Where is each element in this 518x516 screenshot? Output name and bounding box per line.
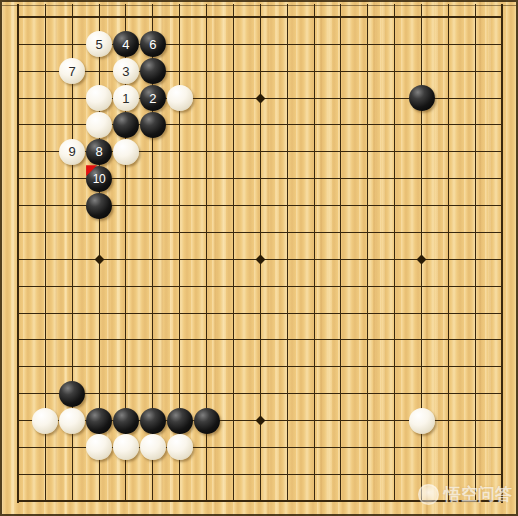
white-stone[interactable]	[113, 139, 139, 165]
grid-line-horizontal	[17, 313, 503, 314]
grid-line-horizontal	[17, 286, 503, 287]
white-stone[interactable]	[113, 434, 139, 460]
white-stone[interactable]	[86, 112, 112, 138]
hoshi-star-point	[417, 254, 427, 264]
grid-line-horizontal	[17, 474, 503, 475]
grid-line-vertical	[233, 4, 234, 502]
grid-line-vertical	[287, 4, 288, 502]
grid-line-vertical	[475, 4, 476, 502]
black-stone-move-2[interactable]: 2	[140, 85, 166, 111]
white-stone[interactable]	[140, 434, 166, 460]
white-stone[interactable]	[59, 408, 85, 434]
black-stone[interactable]	[59, 381, 85, 407]
black-stone-move-6[interactable]: 6	[140, 31, 166, 57]
white-stone-move-9[interactable]: 9	[59, 139, 85, 165]
white-stone-move-1[interactable]: 1	[113, 85, 139, 111]
black-stone[interactable]	[409, 85, 435, 111]
grid-line-horizontal	[17, 339, 503, 340]
watermark: 悟空问答	[418, 483, 512, 506]
grid-line-vertical	[314, 4, 315, 502]
black-stone[interactable]	[113, 112, 139, 138]
white-stone[interactable]	[409, 408, 435, 434]
white-stone-move-7[interactable]: 7	[59, 58, 85, 84]
watermark-monkey-logo-icon	[418, 484, 439, 505]
hoshi-star-point	[255, 93, 265, 103]
grid-line-horizontal	[17, 16, 503, 18]
white-stone-move-5[interactable]: 5	[86, 31, 112, 57]
grid-line-horizontal	[17, 393, 503, 394]
white-stone[interactable]	[32, 408, 58, 434]
grid-line-vertical	[367, 4, 368, 502]
grid-line-horizontal	[17, 71, 503, 72]
white-stone[interactable]	[167, 434, 193, 460]
white-stone[interactable]	[167, 85, 193, 111]
grid-line-vertical	[501, 4, 503, 503]
black-stone[interactable]	[194, 408, 220, 434]
white-stone[interactable]	[86, 434, 112, 460]
hoshi-star-point	[94, 254, 104, 264]
go-board-diagram: 54673129810 悟空问答	[0, 0, 518, 516]
grid-line-horizontal	[17, 366, 503, 367]
black-stone[interactable]	[140, 58, 166, 84]
white-stone-move-3[interactable]: 3	[113, 58, 139, 84]
grid-line-vertical	[17, 4, 19, 503]
black-stone[interactable]	[167, 408, 193, 434]
grid-line-vertical	[340, 4, 341, 502]
black-stone[interactable]	[140, 408, 166, 434]
grid-line-vertical	[448, 4, 449, 502]
watermark-text: 悟空问答	[444, 483, 512, 506]
black-stone[interactable]	[113, 408, 139, 434]
hoshi-star-point	[255, 254, 265, 264]
grid-line-horizontal	[17, 232, 503, 233]
hoshi-star-point	[255, 416, 265, 426]
black-stone[interactable]	[86, 408, 112, 434]
black-stone-move-8[interactable]: 8	[86, 139, 112, 165]
black-stone[interactable]	[86, 193, 112, 219]
black-stone[interactable]	[140, 112, 166, 138]
white-stone[interactable]	[86, 85, 112, 111]
grid-line-vertical	[394, 4, 395, 502]
black-stone-move-4[interactable]: 4	[113, 31, 139, 57]
